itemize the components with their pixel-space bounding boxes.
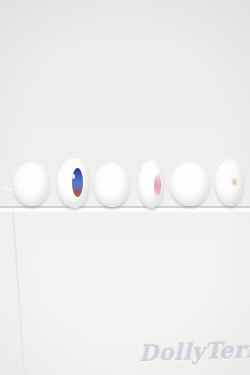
doll-eye-1-back bbox=[13, 162, 50, 206]
doll-eye-2-blue-iris bbox=[57, 158, 90, 208]
doll-eye-3-back bbox=[94, 163, 130, 207]
gold-iris bbox=[231, 177, 238, 187]
pink-iris bbox=[154, 173, 161, 197]
doll-eye-6-gold-iris bbox=[215, 159, 244, 206]
watermark-dollyteria: DollyTeria bbox=[139, 336, 250, 367]
doll-eye-4-pink-iris bbox=[138, 160, 164, 208]
acrylic-shelf-highlight bbox=[0, 208, 250, 213]
product-photo: DollyTeria bbox=[0, 0, 250, 375]
acrylic-box-corner-edge bbox=[12, 213, 25, 375]
doll-eye-5-back bbox=[170, 162, 210, 206]
blue-iris bbox=[72, 168, 83, 197]
